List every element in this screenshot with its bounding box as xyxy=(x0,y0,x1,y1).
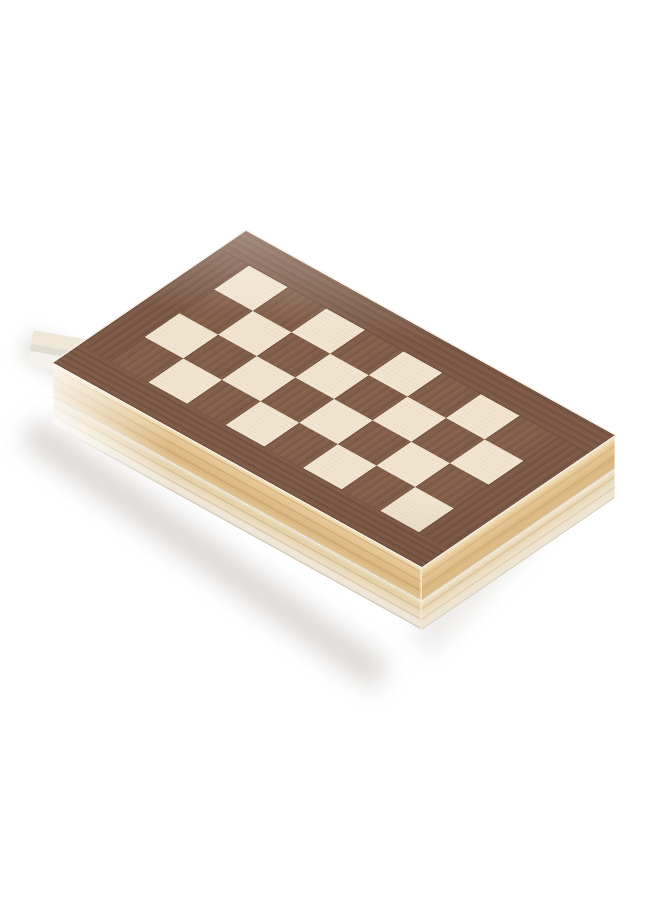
product-photo-scene xyxy=(0,0,660,900)
board-top-face xyxy=(53,231,614,567)
folding-chessboard-box xyxy=(53,294,614,630)
product-photo-background xyxy=(0,0,660,900)
chessboard-box-position xyxy=(86,318,582,606)
